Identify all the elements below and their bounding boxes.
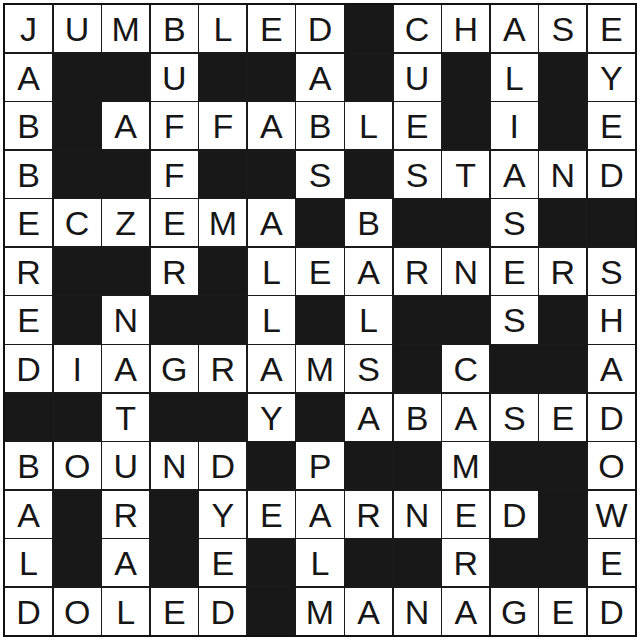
cell-r1c2[interactable]: U	[54, 5, 101, 52]
block-r9c1	[5, 394, 52, 441]
cell-r10c1[interactable]: B	[5, 442, 52, 489]
cell-r8c13[interactable]: A	[588, 345, 635, 392]
cell-r11c10[interactable]: E	[442, 491, 489, 538]
block-r12c12	[539, 539, 586, 586]
block-r7c4	[151, 296, 198, 343]
cell-r2c9[interactable]: U	[394, 54, 441, 101]
cell-r9c3[interactable]: T	[102, 394, 149, 441]
cell-r4c11[interactable]: A	[491, 151, 538, 198]
block-r2c10	[442, 54, 489, 101]
cell-r7c8[interactable]: L	[345, 296, 392, 343]
cell-r10c2[interactable]: O	[54, 442, 101, 489]
cell-r13c1[interactable]: D	[5, 588, 52, 635]
cell-r10c5[interactable]: D	[199, 442, 246, 489]
block-r12c11	[491, 539, 538, 586]
block-r4c5	[199, 151, 246, 198]
cell-r13c13[interactable]: D	[588, 588, 635, 635]
block-r11c4	[151, 491, 198, 538]
cell-r10c4[interactable]: N	[151, 442, 198, 489]
block-r6c3	[102, 248, 149, 295]
cell-r12c1[interactable]: L	[5, 539, 52, 586]
block-r7c2	[54, 296, 101, 343]
cell-r3c3[interactable]: A	[102, 102, 149, 149]
cell-r9c9[interactable]: B	[394, 394, 441, 441]
block-r4c6	[248, 151, 295, 198]
cell-r8c3[interactable]: A	[102, 345, 149, 392]
cell-r6c8[interactable]: A	[345, 248, 392, 295]
block-r6c2	[54, 248, 101, 295]
cell-r1c7[interactable]: D	[296, 5, 343, 52]
block-r2c8	[345, 54, 392, 101]
cell-r11c8[interactable]: R	[345, 491, 392, 538]
block-r12c4	[151, 539, 198, 586]
cell-r13c5[interactable]: D	[199, 588, 246, 635]
block-r5c9	[394, 199, 441, 246]
cell-r11c11[interactable]: D	[491, 491, 538, 538]
cell-r13c10[interactable]: A	[442, 588, 489, 635]
block-r3c12	[539, 102, 586, 149]
block-r13c6	[248, 588, 295, 635]
cell-r12c10[interactable]: R	[442, 539, 489, 586]
cell-r6c13[interactable]: S	[588, 248, 635, 295]
cell-r11c13[interactable]: W	[588, 491, 635, 538]
cell-r12c7[interactable]: L	[296, 539, 343, 586]
cell-r1c10[interactable]: H	[442, 5, 489, 52]
cell-r3c13[interactable]: E	[588, 102, 635, 149]
cell-r6c12[interactable]: R	[539, 248, 586, 295]
block-r12c8	[345, 539, 392, 586]
block-r10c8	[345, 442, 392, 489]
cell-r2c7[interactable]: A	[296, 54, 343, 101]
cell-r9c6[interactable]: Y	[248, 394, 295, 441]
block-r7c5	[199, 296, 246, 343]
cell-r8c10[interactable]: C	[442, 345, 489, 392]
cell-r4c10[interactable]: T	[442, 151, 489, 198]
block-r10c12	[539, 442, 586, 489]
cell-r5c3[interactable]: Z	[102, 199, 149, 246]
cell-r8c6[interactable]: A	[248, 345, 295, 392]
cell-r3c5[interactable]: F	[199, 102, 246, 149]
cell-r7c1[interactable]: E	[5, 296, 52, 343]
block-r7c7	[296, 296, 343, 343]
cell-r8c8[interactable]: S	[345, 345, 392, 392]
cell-r6c1[interactable]: R	[5, 248, 52, 295]
cell-r11c3[interactable]: R	[102, 491, 149, 538]
cell-r9c8[interactable]: A	[345, 394, 392, 441]
cell-r4c12[interactable]: N	[539, 151, 586, 198]
cell-r13c12[interactable]: E	[539, 588, 586, 635]
cell-r13c8[interactable]: A	[345, 588, 392, 635]
cell-r9c12[interactable]: E	[539, 394, 586, 441]
cell-r11c7[interactable]: A	[296, 491, 343, 538]
cell-r11c6[interactable]: E	[248, 491, 295, 538]
cell-r13c9[interactable]: N	[394, 588, 441, 635]
cell-r6c10[interactable]: N	[442, 248, 489, 295]
block-r5c7	[296, 199, 343, 246]
block-r4c3	[102, 151, 149, 198]
block-r2c5	[199, 54, 246, 101]
cell-r7c13[interactable]: H	[588, 296, 635, 343]
block-r12c2	[54, 539, 101, 586]
cell-r6c6[interactable]: L	[248, 248, 295, 295]
cell-r10c13[interactable]: O	[588, 442, 635, 489]
cell-r5c5[interactable]: M	[199, 199, 246, 246]
block-r3c2	[54, 102, 101, 149]
cell-r5c8[interactable]: B	[345, 199, 392, 246]
cell-r3c6[interactable]: A	[248, 102, 295, 149]
block-r1c8	[345, 5, 392, 52]
block-r9c4	[151, 394, 198, 441]
cell-r1c4[interactable]: B	[151, 5, 198, 52]
cell-r8c4[interactable]: G	[151, 345, 198, 392]
block-r8c9	[394, 345, 441, 392]
cell-r4c13[interactable]: D	[588, 151, 635, 198]
cell-r2c13[interactable]: Y	[588, 54, 635, 101]
cell-r3c9[interactable]: E	[394, 102, 441, 149]
cell-r10c7[interactable]: P	[296, 442, 343, 489]
cell-r10c10[interactable]: M	[442, 442, 489, 489]
cell-r3c1[interactable]: B	[5, 102, 52, 149]
block-r12c6	[248, 539, 295, 586]
cell-r4c7[interactable]: S	[296, 151, 343, 198]
block-r2c2	[54, 54, 101, 101]
cell-r3c7[interactable]: B	[296, 102, 343, 149]
block-r8c11	[491, 345, 538, 392]
cell-r12c3[interactable]: A	[102, 539, 149, 586]
cell-r4c9[interactable]: S	[394, 151, 441, 198]
cell-r13c4[interactable]: E	[151, 588, 198, 635]
block-r7c10	[442, 296, 489, 343]
cell-r13c3[interactable]: L	[102, 588, 149, 635]
block-r6c5	[199, 248, 246, 295]
cell-r4c1[interactable]: B	[5, 151, 52, 198]
cell-r1c1[interactable]: J	[5, 5, 52, 52]
block-r2c6	[248, 54, 295, 101]
cell-r11c9[interactable]: N	[394, 491, 441, 538]
cell-r8c1[interactable]: D	[5, 345, 52, 392]
cell-r5c1[interactable]: E	[5, 199, 52, 246]
cell-r6c11[interactable]: E	[491, 248, 538, 295]
block-r10c6	[248, 442, 295, 489]
cell-r11c5[interactable]: Y	[199, 491, 246, 538]
cell-r7c6[interactable]: L	[248, 296, 295, 343]
block-r9c2	[54, 394, 101, 441]
cell-r2c11[interactable]: L	[491, 54, 538, 101]
block-r7c9	[394, 296, 441, 343]
cell-r8c5[interactable]: R	[199, 345, 246, 392]
cell-r13c2[interactable]: O	[54, 588, 101, 635]
cell-r1c3[interactable]: M	[102, 5, 149, 52]
block-r11c12	[539, 491, 586, 538]
cell-r8c7[interactable]: M	[296, 345, 343, 392]
cell-r12c13[interactable]: E	[588, 539, 635, 586]
cell-r6c7[interactable]: E	[296, 248, 343, 295]
cell-r7c11[interactable]: S	[491, 296, 538, 343]
block-r8c12	[539, 345, 586, 392]
block-r3c10	[442, 102, 489, 149]
block-r2c12	[539, 54, 586, 101]
cell-r9c13[interactable]: D	[588, 394, 635, 441]
cell-r10c3[interactable]: U	[102, 442, 149, 489]
cell-r9c11[interactable]: S	[491, 394, 538, 441]
cell-r9c10[interactable]: A	[442, 394, 489, 441]
block-r5c13	[588, 199, 635, 246]
cell-r6c4[interactable]: R	[151, 248, 198, 295]
cell-r1c5[interactable]: L	[199, 5, 246, 52]
cell-r7c3[interactable]: N	[102, 296, 149, 343]
cell-r1c12[interactable]: S	[539, 5, 586, 52]
block-r9c5	[199, 394, 246, 441]
block-r5c10	[442, 199, 489, 246]
cell-r1c11[interactable]: A	[491, 5, 538, 52]
cell-r1c13[interactable]: E	[588, 5, 635, 52]
cell-r4c4[interactable]: F	[151, 151, 198, 198]
cell-r11c1[interactable]: A	[5, 491, 52, 538]
cell-r3c8[interactable]: L	[345, 102, 392, 149]
block-r2c3	[102, 54, 149, 101]
cell-r1c6[interactable]: E	[248, 5, 295, 52]
cell-r13c7[interactable]: M	[296, 588, 343, 635]
cell-r2c4[interactable]: U	[151, 54, 198, 101]
block-r11c2	[54, 491, 101, 538]
cell-r8c2[interactable]: I	[54, 345, 101, 392]
cell-r3c11[interactable]: I	[491, 102, 538, 149]
cell-r6c9[interactable]: R	[394, 248, 441, 295]
crossword-board: JUMBLEDCHASEAUAULYBAFFABLEIEBFSSTANDECZE…	[3, 3, 637, 637]
block-r10c11	[491, 442, 538, 489]
cell-r2c1[interactable]: A	[5, 54, 52, 101]
cell-r5c11[interactable]: S	[491, 199, 538, 246]
block-r7c12	[539, 296, 586, 343]
block-r4c8	[345, 151, 392, 198]
cell-r13c11[interactable]: G	[491, 588, 538, 635]
cell-r5c4[interactable]: E	[151, 199, 198, 246]
cell-r5c6[interactable]: A	[248, 199, 295, 246]
cell-r1c9[interactable]: C	[394, 5, 441, 52]
block-r4c2	[54, 151, 101, 198]
block-r10c9	[394, 442, 441, 489]
cell-r5c2[interactable]: C	[54, 199, 101, 246]
block-r5c12	[539, 199, 586, 246]
cell-r12c5[interactable]: E	[199, 539, 246, 586]
cell-r3c4[interactable]: F	[151, 102, 198, 149]
block-r12c9	[394, 539, 441, 586]
block-r9c7	[296, 394, 343, 441]
